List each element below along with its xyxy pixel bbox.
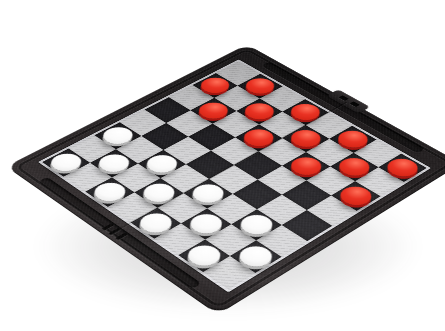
- latch-slot: [349, 101, 359, 107]
- latch-slot: [338, 95, 348, 101]
- photo-canvas: [0, 0, 445, 331]
